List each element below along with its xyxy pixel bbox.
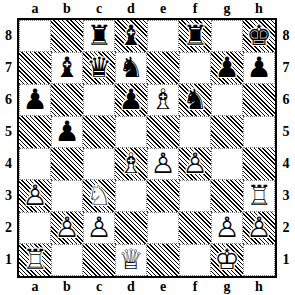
square-f3[interactable]	[179, 180, 211, 212]
square-c8[interactable]: ♜♜	[83, 20, 115, 52]
piece-glyph: ♝	[115, 20, 147, 52]
rank-labels-right: 87654321	[277, 20, 295, 278]
piece-glyph: ♞	[115, 52, 147, 84]
square-h7[interactable]: ♟♟	[243, 52, 275, 84]
square-c4[interactable]	[83, 148, 115, 180]
piece-white-rook: ♜♖	[19, 244, 51, 276]
square-d6[interactable]: ♟♟	[115, 84, 147, 116]
square-e8[interactable]	[147, 20, 179, 52]
rank-label-8: 8	[5, 29, 12, 43]
piece-glyph: ♞	[179, 84, 211, 116]
square-h4[interactable]	[243, 148, 275, 180]
square-d1[interactable]: ♛♕	[115, 244, 147, 276]
square-a8[interactable]	[19, 20, 51, 52]
square-g2[interactable]: ♟♙	[211, 212, 243, 244]
file-label-b: b	[51, 280, 83, 294]
rank-label-2: 2	[5, 221, 12, 235]
rank-label-1: 1	[283, 253, 290, 267]
square-b5[interactable]: ♟♟	[51, 116, 83, 148]
file-labels-bottom: abcdefgh	[19, 278, 277, 295]
piece-glyph: ♙	[51, 212, 83, 244]
corner-bottom-left	[0, 278, 17, 295]
piece-white-pawn: ♟♙	[243, 212, 275, 244]
file-label-d: d	[115, 280, 147, 294]
rank-label-3: 3	[283, 189, 290, 203]
square-g8[interactable]	[211, 20, 243, 52]
square-h1[interactable]	[243, 244, 275, 276]
piece-black-bishop: ♝♝	[51, 52, 83, 84]
file-label-c: c	[83, 280, 115, 294]
square-d7[interactable]: ♞♞	[115, 52, 147, 84]
file-label-g: g	[211, 280, 243, 294]
rank-label-1: 1	[5, 253, 12, 267]
piece-glyph: ♜	[83, 20, 115, 52]
square-e6[interactable]: ♝♗	[147, 84, 179, 116]
piece-glyph: ♛	[83, 52, 115, 84]
piece-glyph: ♟	[211, 52, 243, 84]
piece-black-pawn: ♟♟	[243, 52, 275, 84]
piece-glyph: ♕	[115, 244, 147, 276]
file-label-h: h	[243, 2, 275, 16]
file-label-f: f	[179, 280, 211, 294]
file-label-a: a	[19, 2, 51, 16]
square-f2[interactable]	[179, 212, 211, 244]
file-label-e: e	[147, 2, 179, 16]
piece-glyph: ♟	[51, 116, 83, 148]
square-a4[interactable]	[19, 148, 51, 180]
rank-label-4: 4	[5, 157, 12, 171]
piece-glyph: ♜	[179, 20, 211, 52]
piece-white-pawn: ♟♙	[147, 148, 179, 180]
piece-glyph: ♟	[19, 84, 51, 116]
rank-label-6: 6	[283, 93, 290, 107]
piece-white-bishop: ♝♗	[115, 148, 147, 180]
corner-top-right	[277, 0, 295, 18]
square-b3[interactable]	[51, 180, 83, 212]
piece-black-pawn: ♟♟	[19, 84, 51, 116]
corner-top-left	[0, 0, 17, 18]
piece-white-bishop: ♝♗	[147, 84, 179, 116]
piece-glyph: ♙	[211, 212, 243, 244]
piece-black-pawn: ♟♟	[51, 116, 83, 148]
piece-glyph: ♖	[19, 244, 51, 276]
file-label-c: c	[83, 2, 115, 16]
square-h8[interactable]: ♚♚	[243, 20, 275, 52]
square-f7[interactable]	[179, 52, 211, 84]
square-f4[interactable]: ♟♙	[179, 148, 211, 180]
square-g7[interactable]: ♟♟	[211, 52, 243, 84]
piece-black-rook: ♜♜	[179, 20, 211, 52]
rank-label-2: 2	[283, 221, 290, 235]
square-c1[interactable]	[83, 244, 115, 276]
piece-white-rook: ♜♖	[243, 180, 275, 212]
square-e3[interactable]	[147, 180, 179, 212]
file-label-f: f	[179, 2, 211, 16]
rank-label-6: 6	[5, 93, 12, 107]
piece-glyph: ♗	[115, 148, 147, 180]
square-g1[interactable]: ♚♔	[211, 244, 243, 276]
file-label-a: a	[19, 280, 51, 294]
piece-white-pawn: ♟♙	[179, 148, 211, 180]
piece-black-king: ♚♚	[243, 20, 275, 52]
piece-black-knight: ♞♞	[115, 52, 147, 84]
file-label-g: g	[211, 2, 243, 16]
corner-bottom-right	[277, 278, 295, 295]
piece-white-queen: ♛♕	[115, 244, 147, 276]
piece-white-king: ♚♔	[211, 244, 243, 276]
square-g5[interactable]	[211, 116, 243, 148]
square-c3[interactable]: ♞♘	[83, 180, 115, 212]
square-b7[interactable]: ♝♝	[51, 52, 83, 84]
square-c7[interactable]: ♛♛	[83, 52, 115, 84]
square-a7[interactable]	[19, 52, 51, 84]
piece-glyph: ♘	[83, 180, 115, 212]
square-b8[interactable]	[51, 20, 83, 52]
piece-white-pawn: ♟♙	[19, 180, 51, 212]
piece-white-pawn: ♟♙	[211, 212, 243, 244]
square-b2[interactable]: ♟♙	[51, 212, 83, 244]
rank-label-5: 5	[5, 125, 12, 139]
square-h2[interactable]: ♟♙	[243, 212, 275, 244]
piece-glyph: ♖	[243, 180, 275, 212]
square-a3[interactable]: ♟♙	[19, 180, 51, 212]
rank-label-5: 5	[283, 125, 290, 139]
square-g3[interactable]	[211, 180, 243, 212]
square-c2[interactable]: ♟♙	[83, 212, 115, 244]
piece-glyph: ♚	[243, 20, 275, 52]
square-e7[interactable]	[147, 52, 179, 84]
chess-diagram: abcdefgh 87654321 ♜♜♝♝♜♜♚♚♝♝♛♛♞♞♟♟♟♟♟♟♟♟…	[0, 0, 295, 295]
square-b4[interactable]	[51, 148, 83, 180]
square-f1[interactable]	[179, 244, 211, 276]
rank-label-7: 7	[283, 61, 290, 75]
file-label-d: d	[115, 2, 147, 16]
file-label-b: b	[51, 2, 83, 16]
piece-white-pawn: ♟♙	[83, 212, 115, 244]
square-a5[interactable]	[19, 116, 51, 148]
rank-labels-left: 87654321	[0, 20, 17, 278]
square-b1[interactable]	[51, 244, 83, 276]
square-a6[interactable]: ♟♟	[19, 84, 51, 116]
square-f5[interactable]	[179, 116, 211, 148]
piece-glyph: ♙	[19, 180, 51, 212]
square-h3[interactable]: ♜♖	[243, 180, 275, 212]
piece-black-rook: ♜♜	[83, 20, 115, 52]
piece-glyph: ♝	[51, 52, 83, 84]
file-labels-top: abcdefgh	[19, 0, 277, 18]
square-a2[interactable]	[19, 212, 51, 244]
square-d2[interactable]	[115, 212, 147, 244]
square-e2[interactable]	[147, 212, 179, 244]
piece-black-pawn: ♟♟	[115, 84, 147, 116]
file-label-h: h	[243, 280, 275, 294]
piece-glyph: ♙	[147, 148, 179, 180]
square-h5[interactable]	[243, 116, 275, 148]
piece-glyph: ♟	[243, 52, 275, 84]
square-c6[interactable]	[83, 84, 115, 116]
square-e4[interactable]: ♟♙	[147, 148, 179, 180]
rank-label-8: 8	[283, 29, 290, 43]
piece-black-queen: ♛♛	[83, 52, 115, 84]
piece-glyph: ♙	[243, 212, 275, 244]
square-d3[interactable]	[115, 180, 147, 212]
piece-black-pawn: ♟♟	[211, 52, 243, 84]
square-a1[interactable]: ♜♖	[19, 244, 51, 276]
rank-label-7: 7	[5, 61, 12, 75]
piece-black-knight: ♞♞	[179, 84, 211, 116]
file-label-e: e	[147, 280, 179, 294]
piece-glyph: ♗	[147, 84, 179, 116]
square-g6[interactable]	[211, 84, 243, 116]
square-b6[interactable]	[51, 84, 83, 116]
piece-glyph: ♟	[115, 84, 147, 116]
rank-label-4: 4	[283, 157, 290, 171]
square-h6[interactable]	[243, 84, 275, 116]
square-g4[interactable]	[211, 148, 243, 180]
square-d5[interactable]	[115, 116, 147, 148]
piece-glyph: ♔	[211, 244, 243, 276]
square-d4[interactable]: ♝♗	[115, 148, 147, 180]
piece-white-knight: ♞♘	[83, 180, 115, 212]
square-c5[interactable]	[83, 116, 115, 148]
square-f6[interactable]: ♞♞	[179, 84, 211, 116]
piece-glyph: ♙	[83, 212, 115, 244]
square-f8[interactable]: ♜♜	[179, 20, 211, 52]
piece-black-bishop: ♝♝	[115, 20, 147, 52]
square-e1[interactable]	[147, 244, 179, 276]
chess-board: ♜♜♝♝♜♜♚♚♝♝♛♛♞♞♟♟♟♟♟♟♟♟♝♗♞♞♟♟♝♗♟♙♟♙♟♙♞♘♜♖…	[17, 18, 277, 278]
square-d8[interactable]: ♝♝	[115, 20, 147, 52]
piece-glyph: ♙	[179, 148, 211, 180]
rank-label-3: 3	[5, 189, 12, 203]
square-e5[interactable]	[147, 116, 179, 148]
piece-white-pawn: ♟♙	[51, 212, 83, 244]
